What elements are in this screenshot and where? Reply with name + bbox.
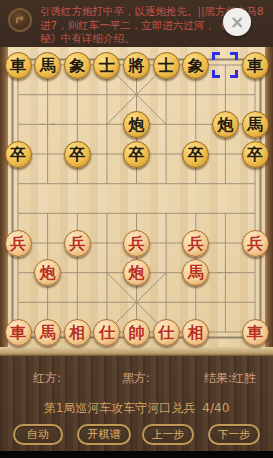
black-piece-p[interactable]: 卒 bbox=[64, 141, 91, 168]
black-piece-p[interactable]: 卒 bbox=[242, 141, 269, 168]
xiangqi-app-screen: 引诱红方炮打中卒，以逐炮抢先。||黑方倘走马8进7，则红车一平二，立即进六过河，… bbox=[0, 0, 273, 458]
bottom-panel: 红方: 黑方: 结果:红胜 第1局巡河车攻车守河口兑兵4/40 自动 开棋谱 上… bbox=[0, 356, 273, 458]
red-piece-k[interactable]: 帥 bbox=[123, 319, 150, 346]
last-move-marker bbox=[212, 52, 238, 78]
bottom-black-bar bbox=[0, 451, 273, 458]
red-piece-p[interactable]: 兵 bbox=[123, 230, 150, 257]
red-piece-c[interactable]: 炮 bbox=[123, 259, 150, 286]
board-front-edge bbox=[0, 347, 273, 356]
black-piece-r[interactable]: 車 bbox=[242, 52, 269, 79]
black-piece-r[interactable]: 車 bbox=[5, 52, 32, 79]
prev-move-button[interactable]: 上一步 bbox=[142, 424, 194, 445]
red-side-label: 红方: bbox=[33, 370, 61, 387]
black-piece-a[interactable]: 士 bbox=[93, 52, 120, 79]
close-icon[interactable]: × bbox=[223, 8, 251, 36]
move-progress: 4/40 bbox=[202, 401, 229, 415]
red-piece-a[interactable]: 仕 bbox=[93, 319, 120, 346]
board-grid bbox=[8, 47, 265, 347]
red-piece-r[interactable]: 車 bbox=[242, 319, 269, 346]
status-bar: 红方: 黑方: 结果:红胜 bbox=[0, 370, 273, 386]
red-piece-b[interactable]: 相 bbox=[64, 319, 91, 346]
xiangqi-board[interactable]: 車馬象士將士象車炮炮馬卒卒卒卒卒兵兵兵兵兵炮炮馬車馬相仕帥仕相車 bbox=[0, 47, 273, 356]
red-piece-p[interactable]: 兵 bbox=[242, 230, 269, 257]
black-piece-b[interactable]: 象 bbox=[182, 52, 209, 79]
next-move-button[interactable]: 下一步 bbox=[208, 424, 260, 445]
result-label: 结果:红胜 bbox=[204, 370, 256, 387]
black-piece-n[interactable]: 馬 bbox=[34, 52, 61, 79]
black-piece-p[interactable]: 卒 bbox=[5, 141, 32, 168]
commentary-hand-icon bbox=[8, 8, 32, 32]
open-book-button[interactable]: 开棋谱 bbox=[77, 424, 131, 445]
black-piece-c[interactable]: 炮 bbox=[123, 111, 150, 138]
board-left-edge bbox=[0, 47, 8, 347]
black-piece-b[interactable]: 象 bbox=[64, 52, 91, 79]
red-piece-p[interactable]: 兵 bbox=[64, 230, 91, 257]
lesson-title: 第1局巡河车攻车守河口兑兵 bbox=[44, 401, 196, 415]
black-piece-c[interactable]: 炮 bbox=[212, 111, 239, 138]
red-piece-n[interactable]: 馬 bbox=[34, 319, 61, 346]
lesson-title-row: 第1局巡河车攻车守河口兑兵4/40 bbox=[0, 400, 273, 417]
black-piece-k[interactable]: 將 bbox=[123, 52, 150, 79]
red-piece-b[interactable]: 相 bbox=[182, 319, 209, 346]
red-piece-p[interactable]: 兵 bbox=[182, 230, 209, 257]
board-right-edge bbox=[265, 47, 273, 347]
red-piece-r[interactable]: 車 bbox=[5, 319, 32, 346]
board-surface: 車馬象士將士象車炮炮馬卒卒卒卒卒兵兵兵兵兵炮炮馬車馬相仕帥仕相車 bbox=[8, 47, 265, 347]
control-buttons: 自动 开棋谱 上一步 下一步 bbox=[0, 424, 273, 445]
red-piece-p[interactable]: 兵 bbox=[5, 230, 32, 257]
black-piece-p[interactable]: 卒 bbox=[182, 141, 209, 168]
black-piece-a[interactable]: 士 bbox=[153, 52, 180, 79]
black-piece-n[interactable]: 馬 bbox=[242, 111, 269, 138]
commentary-banner: 引诱红方炮打中卒，以逐炮抢先。||黑方倘走马8进7，则红车一平二，立即进六过河，… bbox=[0, 0, 273, 47]
auto-button[interactable]: 自动 bbox=[13, 424, 63, 445]
black-piece-p[interactable]: 卒 bbox=[123, 141, 150, 168]
red-piece-a[interactable]: 仕 bbox=[153, 319, 180, 346]
black-side-label: 黑方: bbox=[122, 370, 150, 387]
